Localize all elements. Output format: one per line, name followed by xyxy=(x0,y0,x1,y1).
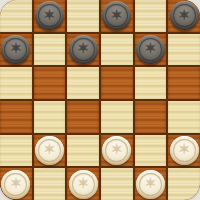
six-pointed-star-icon: ✶ xyxy=(76,41,89,57)
square-r1-c1-light xyxy=(34,34,66,66)
square-r3-c3-light xyxy=(101,101,133,133)
square-r3-c2-dark[interactable] xyxy=(67,101,99,133)
square-r2-c4-light xyxy=(135,67,167,99)
square-r2-c5-dark[interactable] xyxy=(168,67,200,99)
square-r1-c0-dark[interactable]: ✶ xyxy=(0,34,32,66)
square-r1-c5-light xyxy=(168,34,200,66)
square-r2-c2-light xyxy=(67,67,99,99)
six-pointed-star-icon: ✶ xyxy=(43,142,56,158)
square-r3-c0-dark[interactable] xyxy=(0,101,32,133)
six-pointed-star-icon: ✶ xyxy=(9,176,22,192)
square-r4-c2-light xyxy=(67,135,99,167)
square-r0-c1-dark[interactable]: ✶ xyxy=(34,0,66,32)
square-r4-c4-light xyxy=(135,135,167,167)
square-r1-c4-dark[interactable]: ✶ xyxy=(135,34,167,66)
checker-light-man[interactable]: ✶ xyxy=(35,136,64,165)
checker-light-man[interactable]: ✶ xyxy=(136,170,165,199)
checker-light-man[interactable]: ✶ xyxy=(69,170,98,199)
square-r3-c5-light xyxy=(168,101,200,133)
checker-dark-man[interactable]: ✶ xyxy=(136,35,165,64)
square-r0-c0-light xyxy=(0,0,32,32)
six-pointed-star-icon: ✶ xyxy=(76,176,89,192)
square-r4-c3-dark[interactable]: ✶ xyxy=(101,135,133,167)
square-r2-c0-light xyxy=(0,67,32,99)
square-r5-c3-light xyxy=(101,168,133,200)
six-pointed-star-icon: ✶ xyxy=(110,8,123,24)
six-pointed-star-icon: ✶ xyxy=(144,41,157,57)
square-r0-c4-light xyxy=(135,0,167,32)
six-pointed-star-icon: ✶ xyxy=(144,176,157,192)
six-pointed-star-icon: ✶ xyxy=(177,142,190,158)
checker-dark-man[interactable]: ✶ xyxy=(69,35,98,64)
square-r0-c2-light xyxy=(67,0,99,32)
square-r1-c2-dark[interactable]: ✶ xyxy=(67,34,99,66)
checker-dark-man[interactable]: ✶ xyxy=(102,1,131,30)
square-r3-c1-light xyxy=(34,101,66,133)
square-r2-c1-dark[interactable] xyxy=(34,67,66,99)
square-r5-c5-light xyxy=(168,168,200,200)
checker-dark-man[interactable]: ✶ xyxy=(35,1,64,30)
square-r4-c5-dark[interactable]: ✶ xyxy=(168,135,200,167)
checkers-board: ✶✶✶✶✶✶✶✶✶✶✶✶ xyxy=(0,0,200,200)
square-r5-c1-light xyxy=(34,168,66,200)
checker-light-man[interactable]: ✶ xyxy=(1,170,30,199)
square-r4-c0-light xyxy=(0,135,32,167)
square-r0-c3-dark[interactable]: ✶ xyxy=(101,0,133,32)
square-r0-c5-dark[interactable]: ✶ xyxy=(168,0,200,32)
square-r5-c0-dark[interactable]: ✶ xyxy=(0,168,32,200)
six-pointed-star-icon: ✶ xyxy=(9,41,22,57)
checker-light-man[interactable]: ✶ xyxy=(170,136,199,165)
six-pointed-star-icon: ✶ xyxy=(110,142,123,158)
board-grid: ✶✶✶✶✶✶✶✶✶✶✶✶ xyxy=(0,0,200,200)
square-r4-c1-dark[interactable]: ✶ xyxy=(34,135,66,167)
square-r2-c3-dark[interactable] xyxy=(101,67,133,99)
square-r1-c3-light xyxy=(101,34,133,66)
square-r5-c4-dark[interactable]: ✶ xyxy=(135,168,167,200)
square-r5-c2-dark[interactable]: ✶ xyxy=(67,168,99,200)
six-pointed-star-icon: ✶ xyxy=(177,8,190,24)
checker-dark-man[interactable]: ✶ xyxy=(1,35,30,64)
square-r3-c4-dark[interactable] xyxy=(135,101,167,133)
six-pointed-star-icon: ✶ xyxy=(43,8,56,24)
checker-dark-man[interactable]: ✶ xyxy=(170,1,199,30)
checker-light-man[interactable]: ✶ xyxy=(102,136,131,165)
